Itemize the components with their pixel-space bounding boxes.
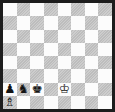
square-a5[interactable] [3, 43, 17, 56]
white-bishop[interactable]: ♗ [4, 96, 15, 108]
square-c4[interactable] [30, 56, 44, 69]
square-f6[interactable] [71, 30, 85, 43]
black-king[interactable]: ♚ [31, 83, 42, 95]
square-a7[interactable] [3, 16, 17, 29]
square-g5[interactable] [85, 43, 99, 56]
square-h1[interactable] [98, 96, 112, 109]
square-c7[interactable] [30, 16, 44, 29]
square-h4[interactable] [98, 56, 112, 69]
square-a1[interactable]: ♗ [3, 96, 17, 109]
square-e2[interactable]: ♔ [58, 83, 72, 96]
square-g6[interactable] [85, 30, 99, 43]
square-f8[interactable] [71, 3, 85, 16]
black-knight[interactable]: ♞ [18, 83, 29, 95]
square-c3[interactable] [30, 69, 44, 82]
chess-board: ♟♞♚♔♗ [0, 0, 115, 112]
square-h8[interactable] [98, 3, 112, 16]
square-g7[interactable] [85, 16, 99, 29]
square-d5[interactable] [44, 43, 58, 56]
square-a2[interactable]: ♟ [3, 83, 17, 96]
black-pawn[interactable]: ♟ [4, 83, 15, 95]
chess-board-grid: ♟♞♚♔♗ [3, 3, 112, 109]
square-e8[interactable] [58, 3, 72, 16]
square-e7[interactable] [58, 16, 72, 29]
square-f7[interactable] [71, 16, 85, 29]
square-e5[interactable] [58, 43, 72, 56]
square-d7[interactable] [44, 16, 58, 29]
square-h7[interactable] [98, 16, 112, 29]
square-e6[interactable] [58, 30, 72, 43]
square-d6[interactable] [44, 30, 58, 43]
square-d4[interactable] [44, 56, 58, 69]
square-f2[interactable] [71, 83, 85, 96]
square-g2[interactable] [85, 83, 99, 96]
square-b6[interactable] [17, 30, 31, 43]
square-e3[interactable] [58, 69, 72, 82]
square-c8[interactable] [30, 3, 44, 16]
square-h2[interactable] [98, 83, 112, 96]
square-d3[interactable] [44, 69, 58, 82]
square-a8[interactable] [3, 3, 17, 16]
square-a4[interactable] [3, 56, 17, 69]
white-king[interactable]: ♔ [59, 83, 70, 95]
square-c5[interactable] [30, 43, 44, 56]
square-d2[interactable] [44, 83, 58, 96]
square-b2[interactable]: ♞ [17, 83, 31, 96]
square-c1[interactable] [30, 96, 44, 109]
square-f4[interactable] [71, 56, 85, 69]
square-f5[interactable] [71, 43, 85, 56]
square-g1[interactable] [85, 96, 99, 109]
square-b3[interactable] [17, 69, 31, 82]
square-f1[interactable] [71, 96, 85, 109]
square-b5[interactable] [17, 43, 31, 56]
square-d8[interactable] [44, 3, 58, 16]
square-b7[interactable] [17, 16, 31, 29]
square-a6[interactable] [3, 30, 17, 43]
square-b1[interactable] [17, 96, 31, 109]
square-g3[interactable] [85, 69, 99, 82]
square-f3[interactable] [71, 69, 85, 82]
square-d1[interactable] [44, 96, 58, 109]
square-b8[interactable] [17, 3, 31, 16]
square-a3[interactable] [3, 69, 17, 82]
square-e4[interactable] [58, 56, 72, 69]
square-g4[interactable] [85, 56, 99, 69]
square-c6[interactable] [30, 30, 44, 43]
square-c2[interactable]: ♚ [30, 83, 44, 96]
square-h6[interactable] [98, 30, 112, 43]
square-b4[interactable] [17, 56, 31, 69]
square-e1[interactable] [58, 96, 72, 109]
square-h5[interactable] [98, 43, 112, 56]
square-h3[interactable] [98, 69, 112, 82]
square-g8[interactable] [85, 3, 99, 16]
